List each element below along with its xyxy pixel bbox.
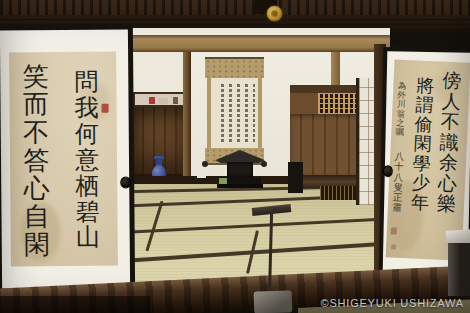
left-fusuma-calligraphy-paper: 問我何意栖碧山 笑而不答心自閑 <box>9 52 118 267</box>
alcove-wall <box>133 52 190 92</box>
transom-slats <box>0 0 470 15</box>
scroll-calligraphy-texture <box>221 82 255 144</box>
red-seal <box>102 104 109 113</box>
exhibit-label-card <box>197 171 206 178</box>
seal <box>391 244 396 249</box>
scroll-roller-knob <box>261 161 267 167</box>
exhibit-label-card-green <box>219 178 227 184</box>
equipment-box <box>448 243 470 296</box>
alcove-post <box>183 52 191 184</box>
sign-stand-base <box>254 290 293 313</box>
shadow <box>0 296 150 313</box>
japanese-room-photo: 問我何意栖碧山 笑而不答心自閑 傍人不識余心樂 將謂偷閑學少年 為外川翁之嘱 八… <box>0 0 470 313</box>
display-shelf <box>133 92 190 107</box>
scroll-paper <box>207 78 262 148</box>
red-seal <box>391 227 397 234</box>
hanging-scroll <box>205 57 264 168</box>
shoin-lattice-transom <box>318 93 358 114</box>
dedication-column: 為外川翁之嘱 <box>395 82 407 137</box>
shelf-figurine <box>149 97 155 104</box>
shoin-upper-panel <box>290 93 318 115</box>
shrine-model-plinth <box>217 184 263 188</box>
tokonoma-baseboard <box>133 176 293 184</box>
door-pull <box>120 176 131 188</box>
scroll-roller-knob <box>202 161 208 167</box>
calligraphy-column: 將謂偷閑學少年 <box>410 75 436 212</box>
shelf-figurine <box>173 97 178 104</box>
scroll-brocade-top <box>205 57 264 78</box>
speaker-box <box>288 162 303 193</box>
shelf-figurine <box>159 98 168 104</box>
shrine-model <box>227 162 253 177</box>
calligraphy-column: 笑而不答心自閑 <box>21 62 51 259</box>
wall-post <box>331 52 340 88</box>
gold-crest-ornament-icon <box>266 5 283 22</box>
left-fusuma-door: 問我何意栖碧山 笑而不答心自閑 <box>0 24 135 293</box>
calligraphy-column: 問我何意栖碧山 <box>73 70 101 252</box>
photographer-watermark: ©SHIGEYUKI USHIZAWA <box>320 297 464 309</box>
room-interior <box>128 28 390 290</box>
nageshi-beam <box>128 35 390 52</box>
